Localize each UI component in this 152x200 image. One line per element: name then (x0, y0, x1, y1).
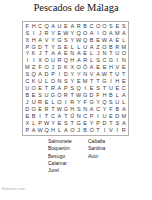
watermark-text: Educima.com (2, 187, 25, 191)
word-list-right: CaballaSardinaAtún (88, 138, 105, 160)
word-list-item: Caballa (88, 138, 105, 145)
grid-cell: R (121, 127, 127, 134)
wordsearch-grid: FHCQAUEARBCOOSESSIJRYEWYQOAIOAMAXHAVYGSY… (22, 21, 129, 136)
word-list-item: Besugo (48, 153, 72, 160)
word-list-item: Salmonete (48, 138, 72, 145)
word-list-item: Sardina (88, 145, 105, 152)
grid-cell: S (121, 23, 127, 30)
puzzle-title: Pescados de Málaga (0, 2, 152, 13)
puzzle-page: { "game": "word-search", "title": "Pesca… (0, 0, 152, 200)
word-list-item: Jurel (48, 167, 72, 174)
word-list-item: Boquerón (48, 145, 72, 152)
grid-cell: A (121, 30, 127, 37)
word-list-item: Atún (88, 153, 105, 160)
word-list-item: Calamar (48, 160, 72, 167)
grid-cell: L (121, 37, 127, 44)
word-list-left: SalmoneteBoquerónBesugoCalamarJurel (48, 138, 72, 174)
